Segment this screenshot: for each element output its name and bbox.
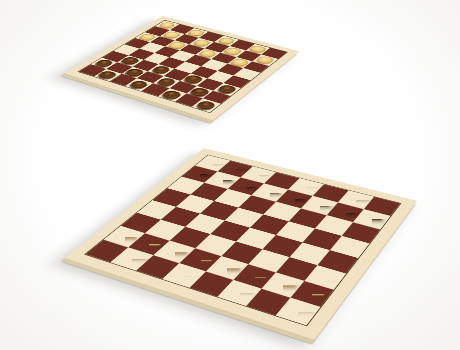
- checkers-piece-dark[interactable]: [195, 100, 218, 111]
- pawn-glyph: ♟: [332, 191, 411, 224]
- rook-glyph: ♜: [252, 270, 344, 317]
- chess-board: ♜♞♝♛♚♝♞♜♟♟♟♟♟♟♟♟♟♟♟♟♟♟♟♟♜♞♝♛♚♝♞♜: [65, 148, 418, 340]
- checkers-board: [64, 16, 299, 121]
- product-photo-stage: ♜♞♝♛♚♝♞♜♟♟♟♟♟♟♟♟♟♟♟♟♟♟♟♟♜♞♝♛♚♝♞♜: [0, 0, 460, 350]
- checkers-grid: [77, 20, 287, 113]
- chess-grid: ♜♞♝♛♚♝♞♜♟♟♟♟♟♟♟♟♟♟♟♟♟♟♟♟♜♞♝♛♚♝♞♜: [84, 155, 401, 326]
